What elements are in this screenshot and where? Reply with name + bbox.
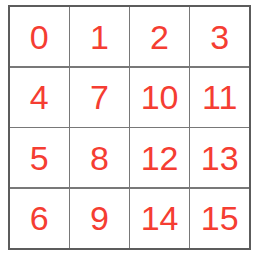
grid-cell-r2c2: 12 xyxy=(130,128,189,187)
grid-cell-r0c3: 3 xyxy=(190,7,249,66)
number-grid-board: 0 1 2 3 4 7 10 11 5 8 12 13 6 9 14 15 xyxy=(8,5,251,250)
grid-cell-r2c1: 8 xyxy=(70,128,129,187)
grid-cell-r3c2: 14 xyxy=(130,189,189,248)
grid-cell-r0c1: 1 xyxy=(70,7,129,66)
grid-cell-r0c0: 0 xyxy=(10,7,69,66)
grid-cell-r3c1: 9 xyxy=(70,189,129,248)
grid-cell-r1c3: 11 xyxy=(190,68,249,127)
screenshot-stage: 0 1 2 3 4 7 10 11 5 8 12 13 6 9 14 15 xyxy=(0,0,265,261)
grid-cell-r0c2: 2 xyxy=(130,7,189,66)
grid-cell-r1c2: 10 xyxy=(130,68,189,127)
grid-cell-r3c0: 6 xyxy=(10,189,69,248)
grid-cell-r2c3: 13 xyxy=(190,128,249,187)
grid-cell-r1c0: 4 xyxy=(10,68,69,127)
grid-cell-r2c0: 5 xyxy=(10,128,69,187)
grid-cell-r3c3: 15 xyxy=(190,189,249,248)
grid-cell-r1c1: 7 xyxy=(70,68,129,127)
